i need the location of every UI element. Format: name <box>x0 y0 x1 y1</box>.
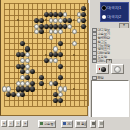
black-stone <box>25 75 30 80</box>
black-stone <box>20 92 25 97</box>
grid-line <box>4 100 88 101</box>
black-stone <box>39 75 44 80</box>
black-stone-icon <box>101 67 106 72</box>
go-board[interactable] <box>0 0 88 116</box>
white-stone <box>58 29 63 34</box>
bottom-toolbar: « ‹ › » 수순놓기 계가 종료 <box>0 117 130 130</box>
black-stone <box>44 12 49 17</box>
white-stone <box>63 12 68 17</box>
mini-arrow-button[interactable] <box>98 120 104 128</box>
black-stone <box>25 46 30 51</box>
option-list: 대국정보 수순보기 형세판단 참고도 기보저장 영역표시 대화설정 도움말 <box>91 28 130 59</box>
sidebar: 대국자1 대국자2 ▼ 대국정보 수순보기 형세판단 참고도 기보저장 영역표시… <box>89 0 130 130</box>
black-stone <box>58 41 63 46</box>
count-button[interactable]: 계가 <box>61 120 73 128</box>
white-stone <box>72 41 77 46</box>
chat-box[interactable] <box>91 80 129 121</box>
black-stone <box>58 24 63 29</box>
black-stone <box>20 41 25 46</box>
player-black-row[interactable]: 대국자1 <box>101 3 128 12</box>
move-sequence-button[interactable]: 수순놓기 <box>38 120 56 128</box>
chevron-down-icon[interactable]: ▼ <box>106 59 112 63</box>
black-stone-button[interactable] <box>96 64 109 74</box>
black-stone <box>81 24 86 29</box>
black-stone <box>81 12 86 17</box>
black-stone <box>67 18 72 23</box>
nav-forward-button[interactable]: › <box>15 120 21 127</box>
white-stone <box>63 86 68 91</box>
black-stone <box>39 18 44 23</box>
white-stone <box>25 52 30 57</box>
black-stone <box>58 64 63 69</box>
grid-line <box>4 106 88 107</box>
white-stone <box>58 92 63 97</box>
arrow-icon <box>100 122 103 125</box>
grid-line <box>4 78 88 79</box>
player-black-name: 대국자1 <box>107 5 121 10</box>
white-stone <box>58 18 63 23</box>
player-white-name: 대국자2 <box>107 14 121 19</box>
black-stone <box>30 81 35 86</box>
exit-icon <box>77 122 80 125</box>
black-stone <box>81 6 86 11</box>
player-info-panel: 대국자1 대국자2 <box>100 2 129 22</box>
black-stone <box>81 18 86 23</box>
star-point <box>45 54 47 56</box>
white-stone <box>67 24 72 29</box>
nav-last-button[interactable]: » <box>22 120 28 127</box>
white-stone <box>49 35 54 40</box>
white-stone <box>25 58 30 63</box>
record-dot-icon <box>99 68 101 70</box>
player-white-row[interactable]: 대국자2 <box>101 12 128 21</box>
grid-line <box>4 72 88 73</box>
black-stone <box>44 24 49 29</box>
white-stone <box>58 86 63 91</box>
black-stone <box>30 86 35 91</box>
person-icon <box>92 122 95 125</box>
checkbox-icon[interactable] <box>92 59 97 63</box>
exit-button[interactable]: 종료 <box>75 120 87 128</box>
white-stone <box>6 86 11 91</box>
black-stone <box>30 69 35 74</box>
nav-first-button[interactable]: « <box>1 120 7 127</box>
white-stone <box>53 46 58 51</box>
black-stone <box>53 81 58 86</box>
black-stone <box>58 98 63 103</box>
nav-back-button[interactable]: ‹ <box>8 120 14 127</box>
black-stone <box>39 29 44 34</box>
black-stone <box>58 75 63 80</box>
white-stone <box>53 58 58 63</box>
grid-icon <box>40 122 43 125</box>
white-stone-icon <box>102 15 106 19</box>
white-stone-button[interactable] <box>111 64 124 74</box>
mini-person-button[interactable] <box>90 120 96 128</box>
black-stone <box>44 58 49 63</box>
white-stone <box>25 64 30 69</box>
black-stone-icon <box>102 6 106 10</box>
black-stone <box>39 81 44 86</box>
black-stone <box>58 52 63 57</box>
black-stone <box>58 12 63 17</box>
white-stone-icon <box>114 66 121 73</box>
count-icon <box>63 122 66 125</box>
chat-control-row: 대화+ ▼ <box>91 59 130 63</box>
white-stone <box>72 29 77 34</box>
